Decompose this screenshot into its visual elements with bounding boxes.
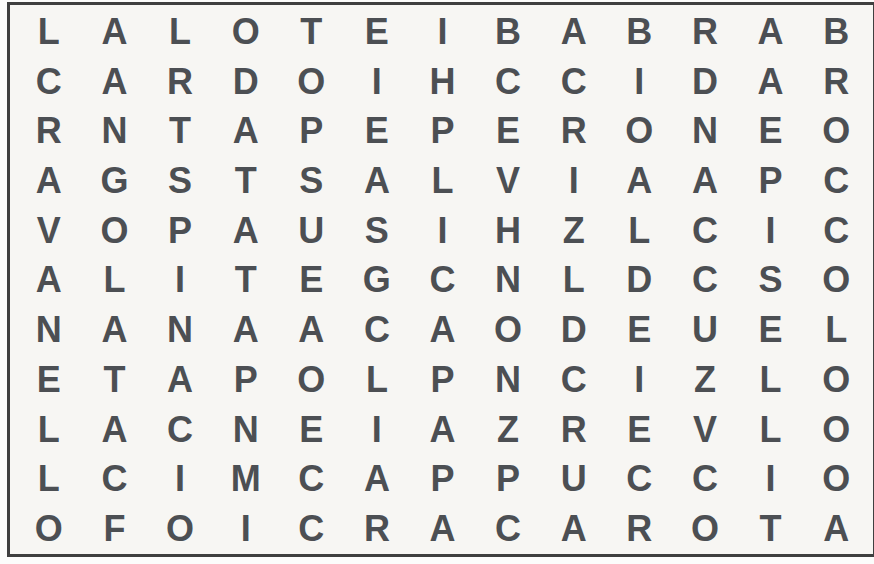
grid-cell[interactable]: U (672, 305, 738, 355)
grid-cell[interactable]: C (344, 305, 410, 355)
grid-cell[interactable]: Z (541, 206, 607, 256)
grid-cell[interactable]: A (16, 256, 82, 306)
grid-cell[interactable]: A (607, 156, 673, 206)
grid-cell[interactable]: V (475, 156, 541, 206)
grid-cell[interactable]: E (607, 305, 673, 355)
grid-cell[interactable]: I (344, 57, 410, 107)
grid-cell[interactable]: D (213, 57, 279, 107)
grid-cell[interactable]: A (82, 405, 148, 455)
grid-cell[interactable]: A (344, 156, 410, 206)
word-search-board: LALOTEIBABRABCARDOIHCCIDARRNTAPEPERONEOA… (7, 2, 874, 557)
grid-cell[interactable]: L (410, 156, 476, 206)
grid-cell[interactable]: A (803, 504, 869, 554)
grid-cell[interactable]: I (410, 206, 476, 256)
grid-cell[interactable]: O (475, 305, 541, 355)
grid-cell[interactable]: C (607, 455, 673, 505)
grid-cell[interactable]: B (475, 7, 541, 57)
grid-cell[interactable]: A (213, 106, 279, 156)
grid-cell[interactable]: E (344, 7, 410, 57)
grid-cell[interactable]: L (16, 7, 82, 57)
grid-cell[interactable]: T (213, 156, 279, 206)
grid-cell[interactable]: R (541, 106, 607, 156)
grid-cell[interactable]: O (803, 106, 869, 156)
grid-cell[interactable]: P (147, 206, 213, 256)
grid-cell[interactable]: A (738, 57, 804, 107)
grid-cell[interactable]: A (82, 7, 148, 57)
grid-cell[interactable]: E (607, 405, 673, 455)
grid-cell[interactable]: I (607, 355, 673, 405)
grid-cell[interactable]: O (278, 57, 344, 107)
grid-cell[interactable]: C (147, 405, 213, 455)
grid-cell[interactable]: R (16, 106, 82, 156)
grid-cell[interactable]: V (16, 206, 82, 256)
grid-cell[interactable]: A (541, 504, 607, 554)
grid-cell[interactable]: S (278, 156, 344, 206)
grid-cell[interactable]: E (475, 106, 541, 156)
grid-cell[interactable]: C (410, 256, 476, 306)
grid-cell[interactable]: A (16, 156, 82, 206)
grid-cell[interactable]: F (82, 504, 148, 554)
grid-cell[interactable]: Z (672, 355, 738, 405)
grid-cell[interactable]: O (607, 106, 673, 156)
grid-cell[interactable]: T (278, 7, 344, 57)
grid-cell[interactable]: A (213, 206, 279, 256)
grid-cell[interactable]: B (607, 7, 673, 57)
grid-cell[interactable]: O (278, 355, 344, 405)
grid-cell[interactable]: B (803, 7, 869, 57)
grid-cell[interactable]: Z (475, 405, 541, 455)
grid-cell[interactable]: O (82, 206, 148, 256)
grid-cell[interactable]: S (147, 156, 213, 206)
grid-cell[interactable]: A (82, 57, 148, 107)
grid-cell[interactable]: R (803, 57, 869, 107)
grid-cell[interactable]: E (278, 405, 344, 455)
grid-cell[interactable]: R (147, 57, 213, 107)
grid-cell[interactable]: H (410, 57, 476, 107)
grid-cell[interactable]: T (147, 106, 213, 156)
grid-cell[interactable]: A (147, 355, 213, 405)
grid-cell[interactable]: C (672, 455, 738, 505)
grid-cell[interactable]: C (541, 355, 607, 405)
grid-cell[interactable]: A (672, 156, 738, 206)
grid-cell[interactable]: P (410, 355, 476, 405)
grid-cell[interactable]: L (541, 256, 607, 306)
grid-cell[interactable]: E (738, 106, 804, 156)
grid-cell[interactable]: E (16, 355, 82, 405)
grid-cell[interactable]: N (475, 256, 541, 306)
grid-cell[interactable]: S (738, 256, 804, 306)
grid-cell[interactable]: C (672, 206, 738, 256)
grid-cell[interactable]: N (16, 305, 82, 355)
grid-cell[interactable]: O (803, 256, 869, 306)
grid-cell[interactable]: C (672, 256, 738, 306)
grid-cell[interactable]: L (607, 206, 673, 256)
grid-cell[interactable]: R (344, 504, 410, 554)
page: LALOTEIBABRABCARDOIHCCIDARRNTAPEPERONEOA… (0, 0, 874, 564)
grid-cell[interactable]: C (475, 504, 541, 554)
grid-cell[interactable]: V (672, 405, 738, 455)
grid-cell[interactable]: N (147, 305, 213, 355)
grid-cell[interactable]: L (147, 7, 213, 57)
grid-cell[interactable]: P (410, 106, 476, 156)
grid-cell[interactable]: P (410, 455, 476, 505)
grid-cell[interactable]: L (344, 355, 410, 405)
grid-cell[interactable]: O (147, 504, 213, 554)
grid-cell[interactable]: L (738, 405, 804, 455)
grid-cell[interactable]: L (16, 455, 82, 505)
grid-cell[interactable]: N (475, 355, 541, 405)
grid-cell[interactable]: C (803, 156, 869, 206)
grid-cell[interactable]: A (410, 305, 476, 355)
grid-cell[interactable]: E (278, 256, 344, 306)
grid-cell[interactable]: R (607, 504, 673, 554)
grid-cell[interactable]: D (672, 57, 738, 107)
grid-cell[interactable]: U (278, 206, 344, 256)
grid-cell[interactable]: T (213, 256, 279, 306)
grid-cell[interactable]: N (82, 106, 148, 156)
grid-cell[interactable]: C (16, 57, 82, 107)
grid-cell[interactable]: I (147, 256, 213, 306)
grid-cell[interactable]: R (672, 7, 738, 57)
grid-cell[interactable]: C (278, 455, 344, 505)
grid-cell[interactable]: H (475, 206, 541, 256)
grid-cell[interactable]: L (82, 256, 148, 306)
grid-cell[interactable]: P (213, 355, 279, 405)
grid-cell[interactable]: A (410, 405, 476, 455)
grid-cell[interactable]: C (803, 206, 869, 256)
grid-cell[interactable]: A (738, 7, 804, 57)
grid-cell[interactable]: T (82, 355, 148, 405)
grid-cell[interactable]: C (82, 455, 148, 505)
grid-cell[interactable]: E (738, 305, 804, 355)
grid-cell[interactable]: S (344, 206, 410, 256)
grid-cell[interactable]: I (213, 504, 279, 554)
grid-cell[interactable]: C (278, 504, 344, 554)
grid-cell[interactable]: T (738, 504, 804, 554)
grid-cell[interactable]: G (344, 256, 410, 306)
grid-cell[interactable]: E (344, 106, 410, 156)
grid-cell[interactable]: N (213, 405, 279, 455)
grid-cell[interactable]: I (147, 455, 213, 505)
grid-cell[interactable]: A (344, 455, 410, 505)
grid-cell[interactable]: O (16, 504, 82, 554)
grid-cell[interactable]: O (213, 7, 279, 57)
grid-cell[interactable]: D (541, 305, 607, 355)
grid-cell[interactable]: D (607, 256, 673, 306)
grid-cell[interactable]: O (803, 455, 869, 505)
grid-cell[interactable]: P (738, 156, 804, 206)
grid-cell[interactable]: G (82, 156, 148, 206)
grid-cell[interactable]: R (541, 405, 607, 455)
grid-cell[interactable]: P (475, 455, 541, 505)
grid-cell[interactable]: O (672, 504, 738, 554)
grid-cell[interactable]: L (738, 355, 804, 405)
grid-cell[interactable]: M (213, 455, 279, 505)
grid-cell[interactable]: A (278, 305, 344, 355)
grid-cell[interactable]: A (410, 504, 476, 554)
grid-cell[interactable]: I (410, 7, 476, 57)
grid-cell[interactable]: N (672, 106, 738, 156)
grid-cell[interactable]: A (213, 305, 279, 355)
grid-cell[interactable]: I (541, 156, 607, 206)
grid-cell[interactable]: L (803, 305, 869, 355)
grid-cell[interactable]: O (803, 355, 869, 405)
grid-cell[interactable]: P (278, 106, 344, 156)
grid-cell[interactable]: A (82, 305, 148, 355)
grid-cell[interactable]: L (16, 405, 82, 455)
grid-cell[interactable]: A (541, 7, 607, 57)
grid-cell[interactable]: I (607, 57, 673, 107)
grid-cell[interactable]: C (541, 57, 607, 107)
grid-cell[interactable]: C (475, 57, 541, 107)
grid-cell[interactable]: I (344, 405, 410, 455)
grid-cell[interactable]: U (541, 455, 607, 505)
grid-cell[interactable]: I (738, 455, 804, 505)
grid-cell[interactable]: O (803, 405, 869, 455)
grid-cell[interactable]: I (738, 206, 804, 256)
